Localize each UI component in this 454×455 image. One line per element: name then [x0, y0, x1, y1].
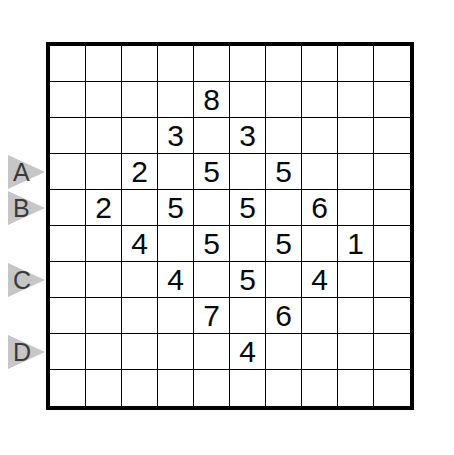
row-marker-C: C — [8, 263, 45, 297]
clue-cell-r2c5: 8 — [194, 82, 230, 118]
cell-r4c6[interactable] — [230, 154, 266, 190]
cell-r10c9[interactable] — [338, 370, 374, 406]
cell-r8c9[interactable] — [338, 298, 374, 334]
clue-cell-r6c9: 1 — [338, 226, 374, 262]
cell-r9c9[interactable] — [338, 334, 374, 370]
cell-r9c10[interactable] — [374, 334, 410, 370]
cell-r2c6[interactable] — [230, 82, 266, 118]
clue-cell-r5c4: 5 — [158, 190, 194, 226]
clue-cell-r7c4: 4 — [158, 262, 194, 298]
cell-r3c8[interactable] — [302, 118, 338, 154]
cell-r7c5[interactable] — [194, 262, 230, 298]
clue-cell-r5c6: 5 — [230, 190, 266, 226]
clue-cell-r4c5: 5 — [194, 154, 230, 190]
cell-r3c1[interactable] — [50, 118, 86, 154]
cell-r10c10[interactable] — [374, 370, 410, 406]
cell-r2c9[interactable] — [338, 82, 374, 118]
cell-r6c6[interactable] — [230, 226, 266, 262]
cell-r1c9[interactable] — [338, 46, 374, 82]
cell-r6c1[interactable] — [50, 226, 86, 262]
clue-cell-r6c3: 4 — [122, 226, 158, 262]
clue-cell-r4c3: 2 — [122, 154, 158, 190]
marker-label: D — [13, 340, 31, 365]
cell-r2c3[interactable] — [122, 82, 158, 118]
cell-r9c8[interactable] — [302, 334, 338, 370]
cell-r3c9[interactable] — [338, 118, 374, 154]
cell-r10c6[interactable] — [230, 370, 266, 406]
cell-r2c7[interactable] — [266, 82, 302, 118]
cell-r9c1[interactable] — [50, 334, 86, 370]
cell-r7c3[interactable] — [122, 262, 158, 298]
cell-r6c2[interactable] — [86, 226, 122, 262]
cell-r7c2[interactable] — [86, 262, 122, 298]
cell-r7c7[interactable] — [266, 262, 302, 298]
cell-r2c4[interactable] — [158, 82, 194, 118]
cell-r2c2[interactable] — [86, 82, 122, 118]
clue-cell-r6c5: 5 — [194, 226, 230, 262]
cell-r8c2[interactable] — [86, 298, 122, 334]
cell-r4c1[interactable] — [50, 154, 86, 190]
cell-r1c6[interactable] — [230, 46, 266, 82]
cell-r8c4[interactable] — [158, 298, 194, 334]
cell-r1c2[interactable] — [86, 46, 122, 82]
cell-r3c7[interactable] — [266, 118, 302, 154]
cell-r4c8[interactable] — [302, 154, 338, 190]
cell-r8c6[interactable] — [230, 298, 266, 334]
cell-r1c1[interactable] — [50, 46, 86, 82]
puzzle-board: 83325525564551454764 — [46, 42, 414, 410]
cell-r4c4[interactable] — [158, 154, 194, 190]
clue-cell-r9c6: 4 — [230, 334, 266, 370]
cell-r5c7[interactable] — [266, 190, 302, 226]
cell-r1c10[interactable] — [374, 46, 410, 82]
cell-r3c3[interactable] — [122, 118, 158, 154]
puzzle-page: ABCD 83325525564551454764 — [0, 0, 454, 455]
cell-r8c1[interactable] — [50, 298, 86, 334]
cell-r10c4[interactable] — [158, 370, 194, 406]
cell-r10c5[interactable] — [194, 370, 230, 406]
cell-r9c7[interactable] — [266, 334, 302, 370]
cell-r7c10[interactable] — [374, 262, 410, 298]
marker-label: C — [13, 268, 31, 293]
cell-r10c8[interactable] — [302, 370, 338, 406]
cell-r10c1[interactable] — [50, 370, 86, 406]
clue-cell-r4c7: 5 — [266, 154, 302, 190]
clue-cell-r8c5: 7 — [194, 298, 230, 334]
cell-r1c8[interactable] — [302, 46, 338, 82]
cell-r5c9[interactable] — [338, 190, 374, 226]
clue-cell-r5c2: 2 — [86, 190, 122, 226]
clue-cell-r3c6: 3 — [230, 118, 266, 154]
clue-cell-r5c8: 6 — [302, 190, 338, 226]
row-marker-D: D — [8, 335, 45, 369]
cell-r8c10[interactable] — [374, 298, 410, 334]
cell-r1c5[interactable] — [194, 46, 230, 82]
cell-r5c1[interactable] — [50, 190, 86, 226]
row-marker-A: A — [8, 155, 45, 189]
clue-cell-r3c4: 3 — [158, 118, 194, 154]
cell-r2c1[interactable] — [50, 82, 86, 118]
cell-r9c2[interactable] — [86, 334, 122, 370]
clue-cell-r7c8: 4 — [302, 262, 338, 298]
cell-r9c4[interactable] — [158, 334, 194, 370]
cell-r5c3[interactable] — [122, 190, 158, 226]
cell-r2c10[interactable] — [374, 82, 410, 118]
marker-label: A — [13, 160, 30, 185]
cell-r4c9[interactable] — [338, 154, 374, 190]
cell-r3c5[interactable] — [194, 118, 230, 154]
cell-r1c3[interactable] — [122, 46, 158, 82]
cell-r10c7[interactable] — [266, 370, 302, 406]
cell-r3c2[interactable] — [86, 118, 122, 154]
cell-r4c2[interactable] — [86, 154, 122, 190]
cell-r9c5[interactable] — [194, 334, 230, 370]
cell-r1c7[interactable] — [266, 46, 302, 82]
cell-r8c8[interactable] — [302, 298, 338, 334]
cell-r4c10[interactable] — [374, 154, 410, 190]
cell-r9c3[interactable] — [122, 334, 158, 370]
marker-label: B — [13, 196, 30, 221]
row-marker-B: B — [8, 191, 45, 225]
cell-r5c5[interactable] — [194, 190, 230, 226]
cell-r7c9[interactable] — [338, 262, 374, 298]
cell-r5c10[interactable] — [374, 190, 410, 226]
clue-cell-r6c7: 5 — [266, 226, 302, 262]
cell-r6c10[interactable] — [374, 226, 410, 262]
clue-cell-r7c6: 5 — [230, 262, 266, 298]
cell-r6c4[interactable] — [158, 226, 194, 262]
cell-r10c2[interactable] — [86, 370, 122, 406]
cell-r1c4[interactable] — [158, 46, 194, 82]
cell-r7c1[interactable] — [50, 262, 86, 298]
cell-r6c8[interactable] — [302, 226, 338, 262]
cell-r8c3[interactable] — [122, 298, 158, 334]
cell-r2c8[interactable] — [302, 82, 338, 118]
cell-r3c10[interactable] — [374, 118, 410, 154]
cell-r10c3[interactable] — [122, 370, 158, 406]
clue-cell-r8c7: 6 — [266, 298, 302, 334]
